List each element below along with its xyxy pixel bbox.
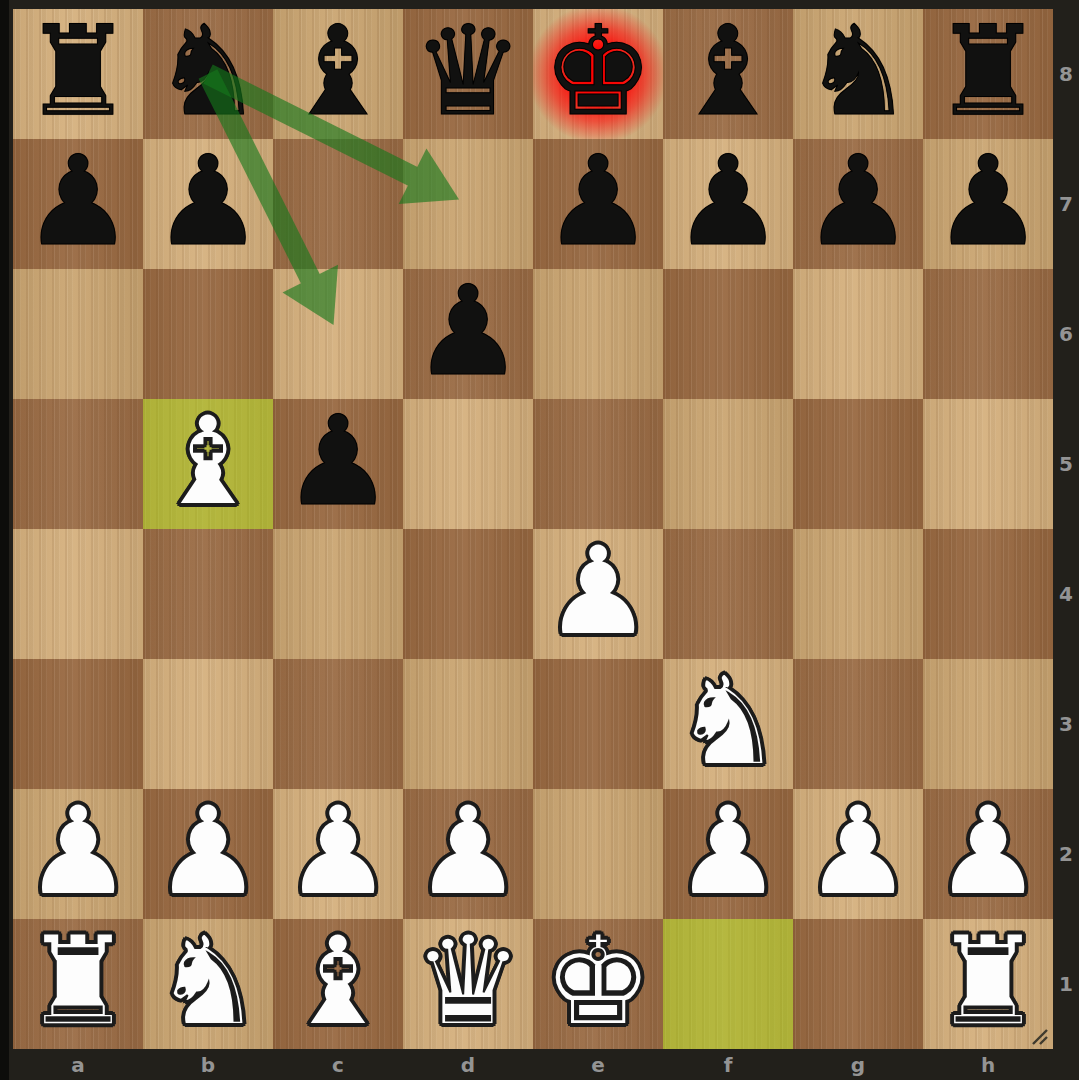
- square-d6[interactable]: ♟: [403, 269, 533, 399]
- white-queen[interactable]: ♛: [403, 916, 533, 1046]
- square-h3[interactable]: [923, 659, 1053, 789]
- file-label-d: d: [403, 1049, 533, 1080]
- white-king[interactable]: ♚: [533, 916, 663, 1046]
- square-c5[interactable]: ♟: [273, 399, 403, 529]
- black-pawn[interactable]: ♟: [403, 266, 533, 396]
- square-b7[interactable]: ♟: [143, 139, 273, 269]
- white-rook[interactable]: ♜: [13, 916, 143, 1046]
- black-rook[interactable]: ♜: [13, 6, 143, 136]
- chess-board: ♜♞♝♛♚♝♞♜♟♟♟♟♟♟♟♝♟♟♞♟♟♟♟♟♟♟♜♞♝♛♚♜: [13, 9, 1053, 1049]
- square-c7[interactable]: [273, 139, 403, 269]
- file-label-h: h: [923, 1049, 1053, 1080]
- square-b8[interactable]: ♞: [143, 9, 273, 139]
- square-f2[interactable]: ♟: [663, 789, 793, 919]
- file-label-c: c: [273, 1049, 403, 1080]
- rank-label-8: 8: [1053, 9, 1079, 139]
- file-label-g: g: [793, 1049, 923, 1080]
- square-b3[interactable]: [143, 659, 273, 789]
- square-d5[interactable]: [403, 399, 533, 529]
- square-e1[interactable]: ♚: [533, 919, 663, 1049]
- white-knight[interactable]: ♞: [663, 656, 793, 786]
- black-bishop[interactable]: ♝: [663, 6, 793, 136]
- black-queen[interactable]: ♛: [403, 6, 533, 136]
- black-knight[interactable]: ♞: [143, 6, 273, 136]
- white-pawn[interactable]: ♟: [403, 786, 533, 916]
- square-a7[interactable]: ♟: [13, 139, 143, 269]
- white-bishop[interactable]: ♝: [273, 916, 403, 1046]
- square-f3[interactable]: ♞: [663, 659, 793, 789]
- square-g5[interactable]: [793, 399, 923, 529]
- rank-label-5: 5: [1053, 399, 1079, 529]
- square-h5[interactable]: [923, 399, 1053, 529]
- square-f5[interactable]: [663, 399, 793, 529]
- file-label-a: a: [13, 1049, 143, 1080]
- last-move-highlight: [663, 919, 793, 1049]
- square-a5[interactable]: [13, 399, 143, 529]
- file-label-e: e: [533, 1049, 663, 1080]
- white-pawn[interactable]: ♟: [143, 786, 273, 916]
- rank-label-6: 6: [1053, 269, 1079, 399]
- square-d3[interactable]: [403, 659, 533, 789]
- black-pawn[interactable]: ♟: [923, 136, 1053, 266]
- square-b4[interactable]: [143, 529, 273, 659]
- square-b5[interactable]: ♝: [143, 399, 273, 529]
- square-f4[interactable]: [663, 529, 793, 659]
- white-pawn[interactable]: ♟: [13, 786, 143, 916]
- square-h6[interactable]: [923, 269, 1053, 399]
- square-g7[interactable]: ♟: [793, 139, 923, 269]
- rank-label-1: 1: [1053, 919, 1079, 1049]
- square-h8[interactable]: ♜: [923, 9, 1053, 139]
- white-pawn[interactable]: ♟: [533, 526, 663, 656]
- square-e3[interactable]: [533, 659, 663, 789]
- square-c2[interactable]: ♟: [273, 789, 403, 919]
- black-knight[interactable]: ♞: [793, 6, 923, 136]
- square-h2[interactable]: ♟: [923, 789, 1053, 919]
- rank-label-3: 3: [1053, 659, 1079, 789]
- square-a1[interactable]: ♜: [13, 919, 143, 1049]
- black-pawn[interactable]: ♟: [143, 136, 273, 266]
- square-g2[interactable]: ♟: [793, 789, 923, 919]
- square-f6[interactable]: [663, 269, 793, 399]
- square-c4[interactable]: [273, 529, 403, 659]
- square-e5[interactable]: [533, 399, 663, 529]
- square-g1[interactable]: [793, 919, 923, 1049]
- black-pawn[interactable]: ♟: [273, 396, 403, 526]
- resize-grip-icon: [1029, 1026, 1051, 1048]
- black-pawn[interactable]: ♟: [13, 136, 143, 266]
- square-d1[interactable]: ♛: [403, 919, 533, 1049]
- black-pawn[interactable]: ♟: [793, 136, 923, 266]
- rank-label-4: 4: [1053, 529, 1079, 659]
- square-c3[interactable]: [273, 659, 403, 789]
- rank-label-7: 7: [1053, 139, 1079, 269]
- square-f1[interactable]: [663, 919, 793, 1049]
- square-e8[interactable]: ♚: [533, 9, 663, 139]
- rank-label-2: 2: [1053, 789, 1079, 919]
- square-a3[interactable]: [13, 659, 143, 789]
- square-a2[interactable]: ♟: [13, 789, 143, 919]
- square-c1[interactable]: ♝: [273, 919, 403, 1049]
- square-e4[interactable]: ♟: [533, 529, 663, 659]
- square-g3[interactable]: [793, 659, 923, 789]
- black-pawn[interactable]: ♟: [533, 136, 663, 266]
- square-b6[interactable]: [143, 269, 273, 399]
- window-edge: [0, 0, 9, 1080]
- square-g6[interactable]: [793, 269, 923, 399]
- square-h4[interactable]: [923, 529, 1053, 659]
- square-d8[interactable]: ♛: [403, 9, 533, 139]
- square-g8[interactable]: ♞: [793, 9, 923, 139]
- square-f8[interactable]: ♝: [663, 9, 793, 139]
- square-e7[interactable]: ♟: [533, 139, 663, 269]
- resize-handle[interactable]: [1029, 1026, 1051, 1048]
- black-rook[interactable]: ♜: [923, 6, 1053, 136]
- square-h7[interactable]: ♟: [923, 139, 1053, 269]
- square-f7[interactable]: ♟: [663, 139, 793, 269]
- white-knight[interactable]: ♞: [143, 916, 273, 1046]
- page: { "game": "chess", "site_style": "liches…: [0, 0, 1079, 1080]
- square-b1[interactable]: ♞: [143, 919, 273, 1049]
- white-bishop[interactable]: ♝: [143, 396, 273, 526]
- square-d4[interactable]: [403, 529, 533, 659]
- square-d7[interactable]: [403, 139, 533, 269]
- square-e2[interactable]: [533, 789, 663, 919]
- black-bishop[interactable]: ♝: [273, 6, 403, 136]
- square-c6[interactable]: [273, 269, 403, 399]
- black-pawn[interactable]: ♟: [663, 136, 793, 266]
- white-pawn[interactable]: ♟: [923, 786, 1053, 916]
- black-king[interactable]: ♚: [533, 6, 663, 136]
- square-b2[interactable]: ♟: [143, 789, 273, 919]
- white-pawn[interactable]: ♟: [663, 786, 793, 916]
- white-pawn[interactable]: ♟: [793, 786, 923, 916]
- square-a4[interactable]: [13, 529, 143, 659]
- square-d2[interactable]: ♟: [403, 789, 533, 919]
- square-c8[interactable]: ♝: [273, 9, 403, 139]
- square-e6[interactable]: [533, 269, 663, 399]
- square-g4[interactable]: [793, 529, 923, 659]
- file-label-f: f: [663, 1049, 793, 1080]
- square-a8[interactable]: ♜: [13, 9, 143, 139]
- white-pawn[interactable]: ♟: [273, 786, 403, 916]
- file-label-b: b: [143, 1049, 273, 1080]
- square-a6[interactable]: [13, 269, 143, 399]
